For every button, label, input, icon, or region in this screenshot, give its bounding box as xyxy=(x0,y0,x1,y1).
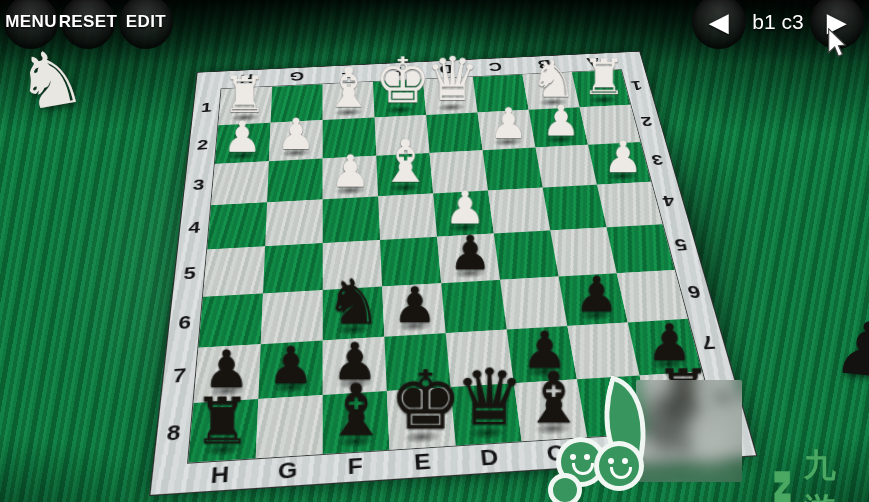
square-d6[interactable] xyxy=(441,280,506,333)
square-e8[interactable]: ♚ xyxy=(387,387,456,450)
menu-button[interactable]: MENU xyxy=(4,0,58,49)
square-c5[interactable] xyxy=(494,230,559,279)
square-c4[interactable] xyxy=(488,188,550,234)
jiuyou-logo-text: 九游 xyxy=(804,444,869,502)
square-d2[interactable] xyxy=(426,112,482,152)
black-king-e8[interactable]: ♚ xyxy=(389,360,455,441)
black-pawn-g7[interactable]: ♟ xyxy=(259,339,323,391)
square-h5[interactable] xyxy=(203,246,265,297)
square-f1[interactable]: ♝ xyxy=(323,82,375,120)
square-h2[interactable]: ♟ xyxy=(215,123,271,164)
file-label-far-d: D xyxy=(421,60,472,79)
edit-button-label: EDIT xyxy=(126,12,166,32)
rank-label-left-3: 3 xyxy=(183,163,214,206)
square-e1[interactable]: ♚ xyxy=(373,79,426,117)
black-rook-h8[interactable]: ♜ xyxy=(189,390,256,454)
chess-app-scene: HGFEDCBA HGFEDCBA 12345678 12345678 ♜♝♚♛… xyxy=(0,0,869,502)
file-label-far-e: E xyxy=(371,62,422,81)
move-history-label: b1 c3 xyxy=(744,10,812,34)
rank-label-left-6: 6 xyxy=(167,296,202,349)
white-pawn-c2[interactable]: ♟ xyxy=(482,102,535,145)
rank-label-left-4: 4 xyxy=(178,205,210,251)
white-pawn-h2[interactable]: ♟ xyxy=(215,115,269,158)
square-e3[interactable]: ♝ xyxy=(376,153,433,196)
left-arrow-icon: ◀ xyxy=(709,7,729,37)
square-g3[interactable] xyxy=(267,158,323,202)
square-g4[interactable] xyxy=(265,199,323,246)
square-g5[interactable] xyxy=(263,243,323,293)
black-pawn-e6[interactable]: ♟ xyxy=(384,280,445,329)
square-h8[interactable]: ♜ xyxy=(188,399,258,463)
menu-button-label: MENU xyxy=(5,12,57,32)
square-c2[interactable]: ♟ xyxy=(478,110,536,150)
edit-button[interactable]: EDIT xyxy=(119,0,173,49)
square-f3[interactable]: ♟ xyxy=(323,156,378,200)
square-g8[interactable] xyxy=(256,395,323,458)
square-b6[interactable]: ♟ xyxy=(559,273,628,326)
white-king-e1[interactable]: ♚ xyxy=(374,49,425,112)
file-label-far-c: C xyxy=(470,57,522,76)
black-pawn-b6[interactable]: ♟ xyxy=(566,270,627,319)
file-label-near-h: H xyxy=(184,457,254,492)
square-e6[interactable]: ♟ xyxy=(382,283,446,337)
white-pawn-g2[interactable]: ♟ xyxy=(269,113,322,156)
black-pawn-d5[interactable]: ♟ xyxy=(441,229,500,276)
square-g7[interactable]: ♟ xyxy=(258,340,322,398)
white-pawn-f3[interactable]: ♟ xyxy=(323,149,378,193)
captured-black-pawn: ♟ xyxy=(830,309,869,390)
square-d5[interactable]: ♟ xyxy=(437,234,500,284)
white-pawn-d4[interactable]: ♟ xyxy=(437,185,494,231)
black-knight-f6[interactable]: ♞ xyxy=(323,271,384,333)
square-g2[interactable]: ♟ xyxy=(269,120,323,161)
square-h3[interactable] xyxy=(211,161,269,205)
file-label-far-f: F xyxy=(322,64,372,83)
black-queen-d8[interactable]: ♛ xyxy=(455,359,521,437)
file-label-near-f: F xyxy=(322,449,390,484)
square-b3[interactable] xyxy=(535,145,597,188)
square-h4[interactable] xyxy=(207,202,267,249)
rank-label-left-2: 2 xyxy=(187,125,217,165)
prev-move-button[interactable]: ◀ xyxy=(692,0,746,49)
white-bishop-e3[interactable]: ♝ xyxy=(378,132,433,191)
square-e4[interactable] xyxy=(378,193,437,239)
top-toolbar: MENU RESET EDIT ◀ ▶ xyxy=(0,0,869,58)
mascot-watermark-icon xyxy=(556,381,660,502)
file-label-far-h: H xyxy=(221,69,272,88)
black-bishop-f8[interactable]: ♝ xyxy=(323,374,389,445)
square-b2[interactable]: ♟ xyxy=(529,107,588,147)
white-queen-d1[interactable]: ♛ xyxy=(426,49,477,109)
jiuyou-logo-icon xyxy=(766,469,800,502)
reset-button[interactable]: RESET xyxy=(61,0,115,49)
white-pawn-b2[interactable]: ♟ xyxy=(535,99,588,142)
square-f4[interactable] xyxy=(323,196,380,243)
rank-label-left-5: 5 xyxy=(172,249,206,298)
jiuyou-logo: 九游 xyxy=(766,444,869,502)
square-d1[interactable]: ♛ xyxy=(423,77,478,115)
file-label-far-g: G xyxy=(271,67,321,86)
mouse-cursor-icon xyxy=(826,28,848,58)
square-f8[interactable]: ♝ xyxy=(323,391,390,454)
square-b4[interactable] xyxy=(543,185,607,231)
reset-button-label: RESET xyxy=(59,12,118,32)
